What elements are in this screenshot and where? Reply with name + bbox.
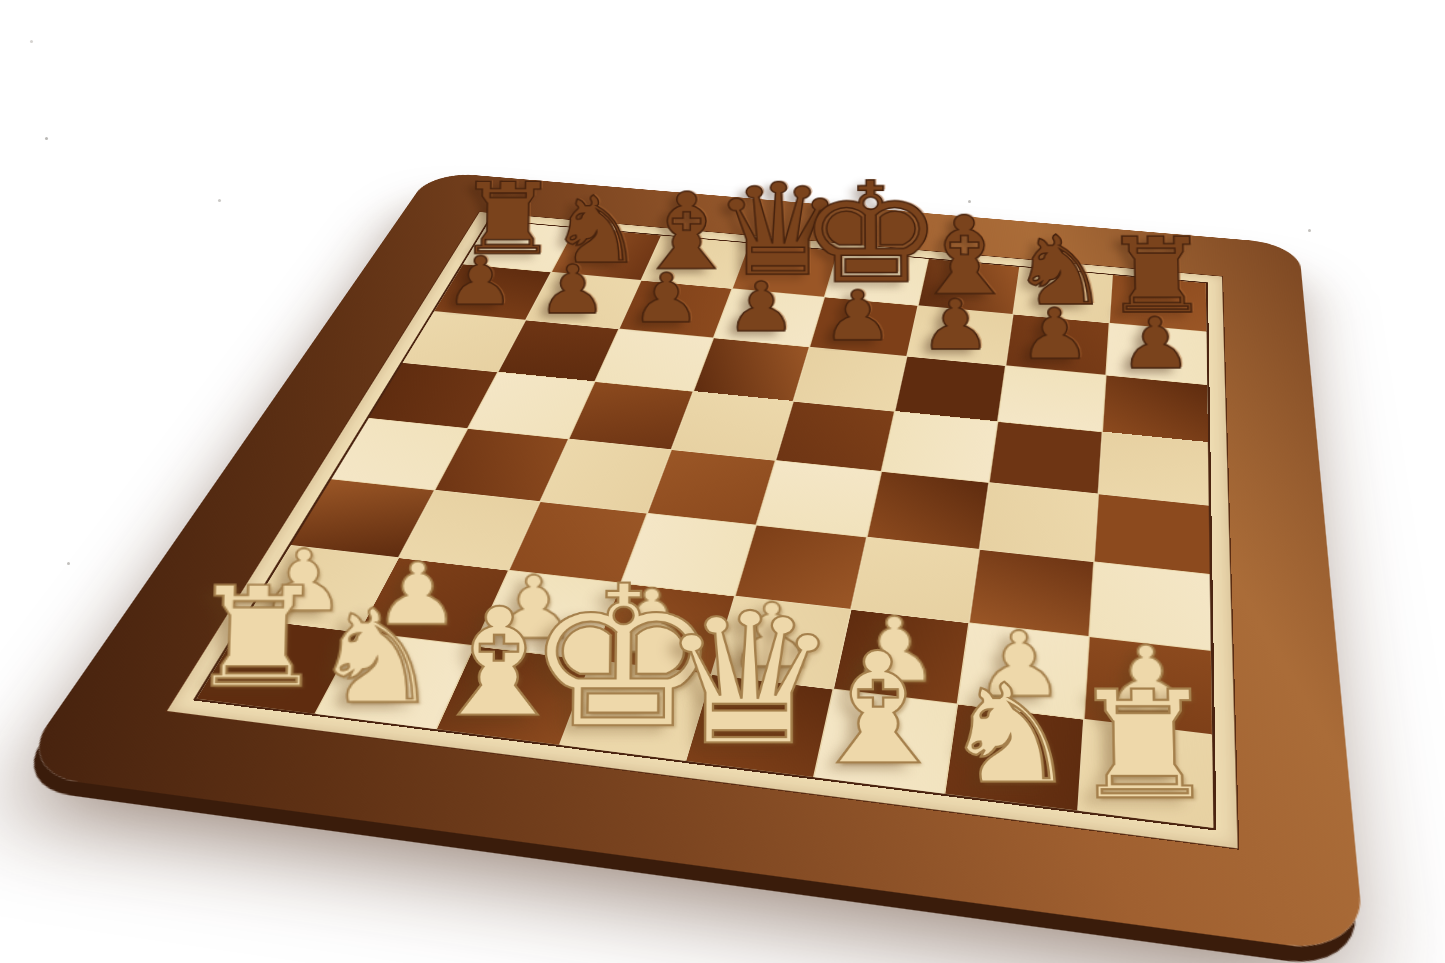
square-e5[interactable] <box>776 401 894 470</box>
chess-board: ♜♞♝♛♚♝♞♜♟♟♟♟♟♟♟♟♟♟♟♟♟♟♟♟♜♞♝♚♛♝♞♜ <box>14 171 1366 955</box>
square-e7[interactable]: ♟ <box>810 297 917 356</box>
square-g5[interactable] <box>989 422 1101 493</box>
square-h4[interactable] <box>1094 494 1209 574</box>
square-f5[interactable] <box>882 411 997 481</box>
light-knight[interactable]: ♞ <box>940 672 1080 798</box>
square-d5[interactable] <box>672 391 793 459</box>
square-h5[interactable] <box>1098 432 1208 505</box>
dark-pawn[interactable]: ♟ <box>822 285 894 349</box>
square-a5[interactable] <box>369 363 497 428</box>
maple-border-strip: ♜♞♝♛♚♝♞♜♟♟♟♟♟♟♟♟♟♟♟♟♟♟♟♟♜♞♝♚♛♝♞♜ <box>165 211 1239 849</box>
square-f6[interactable] <box>895 356 1005 420</box>
square-h6[interactable] <box>1102 375 1207 441</box>
dark-pawn[interactable]: ♟ <box>1118 311 1193 376</box>
dust-specks <box>0 0 3 3</box>
square-h7[interactable]: ♟ <box>1106 323 1207 384</box>
board-frame: ♜♞♝♛♚♝♞♜♟♟♟♟♟♟♟♟♟♟♟♟♟♟♟♟♜♞♝♚♛♝♞♜ <box>14 171 1366 955</box>
square-g4[interactable] <box>980 483 1097 561</box>
square-f1[interactable]: ♝ <box>814 689 956 793</box>
chess-board-grid: ♜♞♝♛♚♝♞♜♟♟♟♟♟♟♟♟♟♟♟♟♟♟♟♟♜♞♝♚♛♝♞♜ <box>193 219 1216 830</box>
dark-pawn[interactable]: ♟ <box>445 251 516 313</box>
square-g7[interactable]: ♟ <box>1006 314 1108 374</box>
dark-pawn[interactable]: ♟ <box>537 259 608 321</box>
square-g6[interactable] <box>998 366 1105 431</box>
dark-pawn[interactable]: ♟ <box>726 276 797 339</box>
square-f4[interactable] <box>867 471 988 548</box>
square-d6[interactable] <box>694 338 809 401</box>
square-d4[interactable] <box>648 450 775 525</box>
dark-pawn[interactable]: ♟ <box>919 293 992 357</box>
square-e6[interactable] <box>793 347 905 411</box>
square-g1[interactable]: ♞ <box>945 704 1083 810</box>
square-e4[interactable] <box>756 460 880 536</box>
square-f7[interactable]: ♟ <box>907 306 1012 365</box>
light-bishop[interactable]: ♝ <box>800 639 957 781</box>
dark-pawn[interactable]: ♟ <box>631 267 702 330</box>
square-h1[interactable]: ♜ <box>1078 719 1212 827</box>
light-rook[interactable]: ♜ <box>185 574 329 701</box>
light-rook[interactable]: ♜ <box>1067 677 1220 814</box>
photo-background: ♜♞♝♛♚♝♞♜♟♟♟♟♟♟♟♟♟♟♟♟♟♟♟♟♜♞♝♚♛♝♞♜ <box>0 0 1445 963</box>
dark-pawn[interactable]: ♟ <box>1018 302 1092 367</box>
